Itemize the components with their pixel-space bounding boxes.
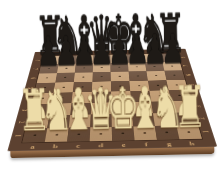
rank-label-left-5: 5: [20, 85, 40, 91]
file-label-c: c: [66, 142, 89, 149]
rank-label-right-8: 8: [174, 55, 192, 60]
chess-board: ♜♞♝♛♚♝♞♜♟♟♟♟♟♟♟♟♟♟♟♟♟♟♟♟♜♞♝♛♚♝♞♜ abcdefg…: [7, 49, 217, 151]
rank-label-right-7: 7: [176, 63, 195, 68]
rank-label-left-2: 2: [10, 119, 33, 127]
rank-label-left-3: 3: [13, 106, 35, 113]
chess-set-photo: ♜♞♝♛♚♝♞♜♟♟♟♟♟♟♟♟♟♟♟♟♟♟♟♟♜♞♝♛♚♝♞♜ abcdefg…: [0, 0, 223, 176]
file-label-g: g: [157, 140, 181, 147]
rank-label-right-5: 5: [182, 82, 203, 88]
file-label-e: e: [112, 141, 135, 148]
rank-label-right-4: 4: [184, 92, 205, 99]
rank-label-left-6: 6: [23, 75, 43, 81]
rank-label-right-2: 2: [191, 115, 214, 123]
file-label-f: f: [135, 141, 158, 148]
file-label-h: h: [180, 140, 204, 147]
file-label-d: d: [89, 142, 112, 149]
file-label-a: a: [21, 143, 45, 150]
rank-label-right-3: 3: [187, 103, 209, 110]
file-label-b: b: [43, 143, 67, 150]
rank-label-right-1: 1: [194, 128, 218, 136]
rank-label-left-7: 7: [26, 66, 45, 71]
board-grid: ♜♞♝♛♚♝♞♜♟♟♟♟♟♟♟♟♟♟♟♟♟♟♟♟♜♞♝♛♚♝♞♜: [22, 53, 202, 142]
rank-label-left-4: 4: [17, 95, 38, 102]
scene: ♜♞♝♛♚♝♞♜♟♟♟♟♟♟♟♟♟♟♟♟♟♟♟♟♜♞♝♛♚♝♞♜ abcdefg…: [0, 0, 223, 176]
rank-label-right-6: 6: [179, 72, 199, 78]
rank-label-left-8: 8: [28, 58, 46, 63]
rank-label-left-1: 1: [6, 132, 30, 140]
